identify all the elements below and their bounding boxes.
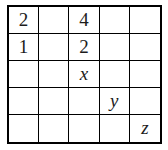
cell-r3c2 — [39, 61, 69, 88]
cell-r1c2 — [39, 7, 69, 34]
cell-r5c3 — [69, 115, 99, 142]
cell-r5c5: z — [130, 115, 160, 142]
cell-r4c3 — [69, 88, 99, 115]
cell-r2c2 — [39, 34, 69, 61]
cell-r4c4: y — [100, 88, 130, 115]
cell-r3c1 — [9, 61, 39, 88]
cell-r4c5 — [130, 88, 160, 115]
cell-r1c3: 4 — [69, 7, 99, 34]
cell-r4c1 — [9, 88, 39, 115]
cell-r3c5 — [130, 61, 160, 88]
cell-r2c5 — [130, 34, 160, 61]
cell-r1c4 — [100, 7, 130, 34]
cell-r5c1 — [9, 115, 39, 142]
cell-r1c5 — [130, 7, 160, 34]
cell-r1c1: 2 — [9, 7, 39, 34]
puzzle-grid: 2 4 1 2 x y z — [7, 5, 162, 144]
cell-r2c4 — [100, 34, 130, 61]
cell-r2c1: 1 — [9, 34, 39, 61]
cell-r5c4 — [100, 115, 130, 142]
cell-r3c3: x — [69, 61, 99, 88]
cell-r5c2 — [39, 115, 69, 142]
cell-r4c2 — [39, 88, 69, 115]
cell-r3c4 — [100, 61, 130, 88]
cell-r2c3: 2 — [69, 34, 99, 61]
